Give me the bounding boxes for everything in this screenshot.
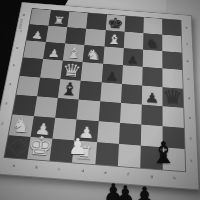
rank-label-left-4: 4 [9,83,12,86]
square-h3[interactable] [162,106,183,128]
board-brand-text: CHESS [18,19,24,29]
square-d5[interactable] [81,62,103,82]
rank-label-left-8: 8 [22,14,25,17]
rank-label-right-5: 5 [187,78,189,81]
square-g8[interactable] [143,17,162,34]
square-e8[interactable]: ♚ [105,15,125,32]
piece-white-bishop-e7[interactable]: ♝ [106,33,122,47]
square-e2[interactable] [97,121,120,144]
piece-black-queen-h4[interactable]: ♛ [162,86,183,107]
square-f6[interactable]: ♟ [123,48,143,67]
square-b3[interactable] [34,96,58,118]
captured-piece-black-bishop[interactable]: ♝ [150,138,177,168]
file-label-f: f [127,173,129,177]
square-h7[interactable] [162,35,181,53]
rank-label-right-7: 7 [186,43,188,46]
square-g4[interactable]: ♟ [142,85,163,106]
piece-black-bishop-c4[interactable]: ♝ [59,80,80,99]
square-f2[interactable] [119,123,141,146]
square-c8[interactable] [67,12,88,29]
rank-label-left-7: 7 [19,30,22,33]
square-f7[interactable] [123,32,143,50]
piece-white-queen-c5[interactable]: ♛ [61,61,83,80]
piece-white-rook-b8[interactable]: ♜ [52,15,66,26]
square-b6[interactable]: ♟ [43,42,65,61]
square-e3[interactable] [98,101,120,123]
piece-black-king-e8[interactable]: ♚ [106,16,124,31]
square-e1[interactable] [95,142,119,166]
piece-white-king-b1[interactable]: ♚ [25,133,55,160]
file-label-e: e [104,171,107,175]
file-label-a: a [12,164,15,168]
square-e4[interactable] [100,82,122,103]
square-f3[interactable] [120,103,142,125]
square-g3[interactable] [141,104,162,126]
square-f4[interactable] [121,84,142,105]
square-h8[interactable] [162,19,181,36]
rank-label-right-1: 1 [190,159,193,163]
square-d3[interactable] [77,99,100,121]
rank-label-left-6: 6 [16,47,19,50]
square-c3[interactable] [55,98,79,120]
piece-white-pawn-a7[interactable]: ♟ [30,30,44,41]
piece-white-pawn-b6[interactable]: ♟ [47,48,61,60]
file-label-g: g [150,175,153,179]
knight-crest-icon: ♞ [13,143,22,151]
file-label-d: d [81,169,84,173]
rank-label-right-2: 2 [189,137,192,141]
square-h6[interactable] [162,51,182,70]
square-f1[interactable] [117,144,140,168]
captured-piece-black-pawn[interactable]: ♟ [132,184,157,200]
square-d6[interactable]: ♞ [83,45,104,64]
square-e6[interactable] [103,47,124,66]
piece-black-pawn-f6[interactable]: ♟ [126,54,139,66]
rank-label-left-2: 2 [1,123,4,127]
square-d7[interactable] [85,29,106,47]
rank-label-right-8: 8 [185,27,187,30]
square-b7[interactable] [46,26,68,44]
square-h4[interactable]: ♛ [162,87,183,108]
board-logo-knight-crest: ♞ [8,138,28,156]
rank-label-right-4: 4 [188,97,191,100]
square-g7[interactable]: ♞ [143,33,162,51]
rank-label-left-3: 3 [5,102,8,105]
file-label-h: h [173,176,176,180]
captured-piece-white-pawn[interactable]: ♟ [68,136,88,158]
square-b8[interactable]: ♜ [49,10,70,27]
rank-label-left-5: 5 [12,64,15,67]
square-c7[interactable] [65,27,86,45]
square-g5[interactable] [142,67,162,87]
file-label-c: c [58,167,61,171]
piece-black-pawn-g4[interactable]: ♟ [145,91,160,105]
square-g6[interactable] [142,50,162,69]
piece-black-knight-g7[interactable]: ♞ [145,37,160,51]
square-d8[interactable] [86,13,106,30]
square-f5[interactable] [122,65,143,85]
rank-label-right-3: 3 [189,117,192,120]
piece-white-knight-d6[interactable]: ♞ [85,48,102,63]
square-c4[interactable]: ♝ [58,79,81,100]
piece-black-pawn-e5[interactable]: ♟ [105,70,119,83]
square-e5[interactable]: ♟ [101,64,122,84]
file-label-b: b [35,166,38,170]
square-b5[interactable] [40,59,63,79]
square-d4[interactable] [79,80,101,101]
square-f8[interactable] [124,16,143,33]
square-b1[interactable]: ♚ [27,137,53,161]
square-b4[interactable] [37,77,60,98]
rank-label-right-6: 6 [187,60,189,63]
square-e7[interactable]: ♝ [104,30,124,48]
photo-scene: CHESS ♜♚♟♝♞♟♝♞♟♛♟♝♟♛♞♟♟♞♚♜ abcdefgh12345… [0,0,200,200]
